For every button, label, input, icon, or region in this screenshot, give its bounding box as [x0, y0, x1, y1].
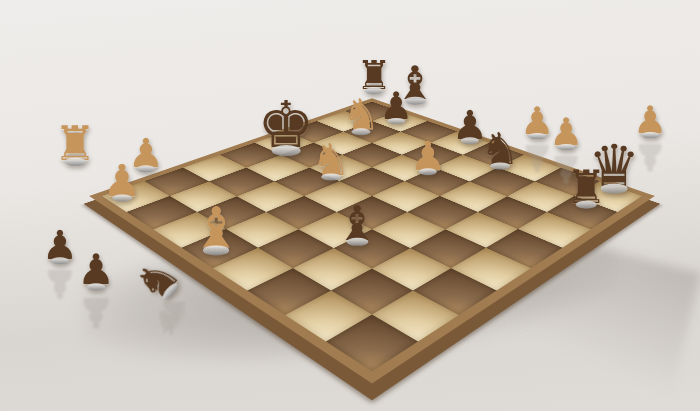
black-bishop[interactable]: ♝: [394, 60, 435, 106]
black-king[interactable]: ♚: [257, 93, 314, 157]
white-pawn-captured[interactable]: ♟: [549, 113, 583, 151]
black-knight[interactable]: ♞: [480, 127, 519, 171]
black-bishop[interactable]: ♝: [335, 199, 378, 247]
white-pawn-captured-reflection: ♟: [633, 138, 667, 176]
white-pawn-captured[interactable]: ♟: [633, 101, 667, 139]
pieces-layer: ♜♟♟♝♞♞♟♚♜♟♝♟♞♜♛♝♟♟♟♟♟♟♟♟♟♟♞♞: [0, 0, 700, 411]
black-pawn-captured-reflection: ♟: [77, 291, 115, 333]
white-bishop[interactable]: ♝: [191, 200, 241, 256]
white-knight[interactable]: ♞: [342, 94, 380, 136]
black-pawn-captured[interactable]: ♟: [77, 249, 115, 291]
white-rook[interactable]: ♜: [53, 119, 96, 167]
black-pawn-captured-reflection: ♟: [42, 264, 78, 304]
white-pawn[interactable]: ♟: [102, 159, 141, 203]
black-pawn-captured[interactable]: ♟: [42, 225, 78, 265]
white-pawn-captured-reflection: ♟: [549, 150, 583, 188]
white-pawn[interactable]: ♟: [410, 136, 446, 176]
photo-scene: ♜♟♟♝♞♞♟♚♜♟♝♟♞♜♛♝♟♟♟♟♟♟♟♟♟♟♞♞: [0, 0, 700, 411]
white-knight[interactable]: ♞: [311, 138, 350, 182]
